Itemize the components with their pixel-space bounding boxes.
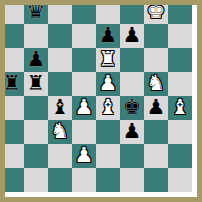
board-frame — [0, 0, 202, 202]
chess-app-window: ♛♚♟♟♟♜♜♜♟♞♝♟♝♚♟♝♞♟♟ — [0, 0, 202, 202]
